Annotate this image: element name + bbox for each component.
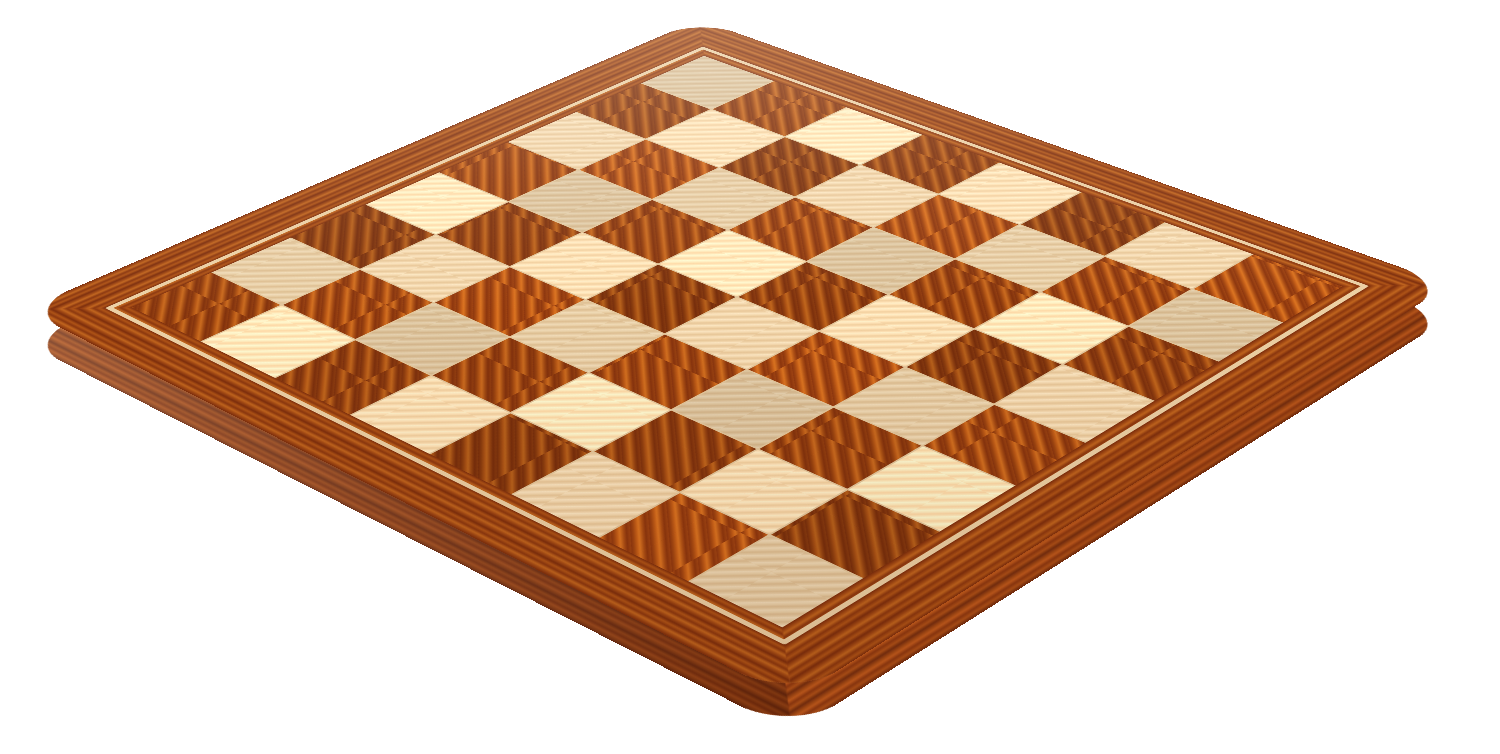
board-surface [24,20,1449,700]
playing-field [132,56,1342,628]
product-photo [0,0,1500,754]
